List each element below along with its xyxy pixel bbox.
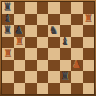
square-d1[interactable] [37, 83, 49, 95]
square-e2[interactable] [48, 71, 60, 83]
square-e5[interactable] [48, 37, 60, 49]
square-h7[interactable]: ♜ [83, 14, 95, 26]
square-e4[interactable] [48, 48, 60, 60]
square-b2[interactable] [14, 71, 26, 83]
square-d6[interactable] [37, 25, 49, 37]
square-b5[interactable]: ♜ [14, 37, 26, 49]
square-e3[interactable] [48, 60, 60, 72]
black-knight-e6[interactable]: ♞ [49, 25, 58, 35]
square-a7[interactable]: ♝ [2, 14, 14, 26]
square-c5[interactable] [25, 37, 37, 49]
square-a1[interactable] [2, 83, 14, 95]
square-g6[interactable] [71, 25, 83, 37]
square-e8[interactable] [48, 2, 60, 14]
square-c4[interactable] [25, 48, 37, 60]
square-b4[interactable] [14, 48, 26, 60]
square-e6[interactable]: ♞ [48, 25, 60, 37]
square-g1[interactable] [71, 83, 83, 95]
square-b1[interactable] [14, 83, 26, 95]
white-rook-h7[interactable]: ♜ [84, 14, 93, 24]
square-e1[interactable] [48, 83, 60, 95]
black-bishop-f5[interactable]: ♝ [61, 37, 70, 47]
square-f6[interactable] [60, 25, 72, 37]
square-a2[interactable] [2, 71, 14, 83]
square-a3[interactable] [2, 60, 14, 72]
chess-board: ♜♝♜♜♟♞♜♝♜♟♜ [2, 2, 94, 94]
square-h4[interactable] [83, 48, 95, 60]
square-f5[interactable]: ♝ [60, 37, 72, 49]
square-f4[interactable] [60, 48, 72, 60]
square-h5[interactable] [83, 37, 95, 49]
square-c6[interactable] [25, 25, 37, 37]
square-c8[interactable] [25, 2, 37, 14]
square-a6[interactable]: ♜ [2, 25, 14, 37]
square-d5[interactable] [37, 37, 49, 49]
square-b8[interactable] [14, 2, 26, 14]
square-g4[interactable] [71, 48, 83, 60]
black-pawn-b6[interactable]: ♟ [15, 25, 24, 35]
square-d4[interactable] [37, 48, 49, 60]
white-rook-a4[interactable]: ♜ [3, 48, 12, 58]
black-rook-a8[interactable]: ♜ [3, 2, 12, 12]
square-f8[interactable] [60, 2, 72, 14]
square-h2[interactable] [83, 71, 95, 83]
square-h6[interactable] [83, 25, 95, 37]
square-h1[interactable] [83, 83, 95, 95]
square-c1[interactable] [25, 83, 37, 95]
square-d8[interactable] [37, 2, 49, 14]
square-e7[interactable] [48, 14, 60, 26]
square-g8[interactable] [71, 2, 83, 14]
square-a5[interactable] [2, 37, 14, 49]
board-frame: ♜♝♜♜♟♞♜♝♜♟♜ [0, 0, 96, 96]
square-c2[interactable] [25, 71, 37, 83]
square-g5[interactable] [71, 37, 83, 49]
square-f3[interactable] [60, 60, 72, 72]
black-rook-f2[interactable]: ♜ [61, 71, 70, 81]
square-a8[interactable]: ♜ [2, 2, 14, 14]
black-rook-a6[interactable]: ♜ [3, 25, 12, 35]
square-g3[interactable]: ♟ [71, 60, 83, 72]
square-d7[interactable] [37, 14, 49, 26]
square-f2[interactable]: ♜ [60, 71, 72, 83]
square-g7[interactable] [71, 14, 83, 26]
square-c3[interactable] [25, 60, 37, 72]
square-d2[interactable] [37, 71, 49, 83]
square-c7[interactable] [25, 14, 37, 26]
white-pawn-g3[interactable]: ♟ [72, 60, 81, 70]
square-h3[interactable] [83, 60, 95, 72]
square-d3[interactable] [37, 60, 49, 72]
square-f7[interactable] [60, 14, 72, 26]
black-bishop-a7[interactable]: ♝ [3, 14, 12, 24]
square-f1[interactable] [60, 83, 72, 95]
white-rook-b5[interactable]: ♜ [15, 37, 24, 47]
square-a4[interactable]: ♜ [2, 48, 14, 60]
square-b6[interactable]: ♟ [14, 25, 26, 37]
square-b3[interactable] [14, 60, 26, 72]
square-h8[interactable] [83, 2, 95, 14]
square-g2[interactable] [71, 71, 83, 83]
square-b7[interactable] [14, 14, 26, 26]
